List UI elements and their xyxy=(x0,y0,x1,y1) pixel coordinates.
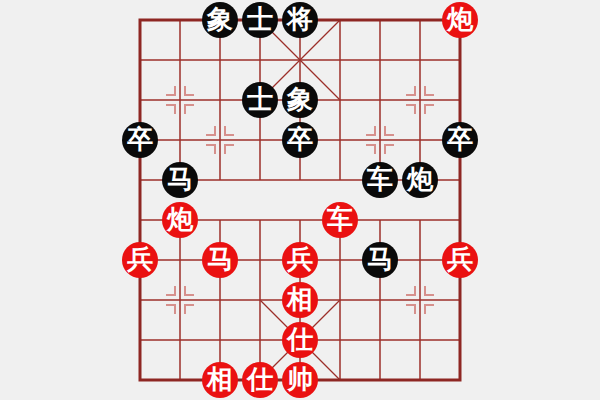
xiangqi-board[interactable]: 象士将炮士象卒卒卒马车炮炮车兵马兵马兵相仕相仕帅 xyxy=(120,0,480,400)
piece-black-pawn[interactable]: 卒 xyxy=(282,122,318,158)
piece-red-pawn[interactable]: 兵 xyxy=(442,242,478,278)
piece-red-advisor[interactable]: 仕 xyxy=(242,362,278,398)
piece-black-horse[interactable]: 马 xyxy=(362,242,398,278)
piece-black-chariot[interactable]: 车 xyxy=(362,162,398,198)
piece-black-cannon[interactable]: 炮 xyxy=(402,162,438,198)
piece-red-cannon[interactable]: 炮 xyxy=(162,202,198,238)
piece-black-advisor[interactable]: 士 xyxy=(242,2,278,38)
piece-black-pawn[interactable]: 卒 xyxy=(122,122,158,158)
piece-black-advisor[interactable]: 士 xyxy=(242,82,278,118)
piece-grid: 象士将炮士象卒卒卒马车炮炮车兵马兵马兵相仕相仕帅 xyxy=(120,0,480,400)
piece-black-horse[interactable]: 马 xyxy=(162,162,198,198)
piece-red-elephant[interactable]: 相 xyxy=(202,362,238,398)
piece-black-elephant[interactable]: 象 xyxy=(202,2,238,38)
piece-red-chariot[interactable]: 车 xyxy=(322,202,358,238)
piece-red-pawn[interactable]: 兵 xyxy=(122,242,158,278)
piece-red-advisor[interactable]: 仕 xyxy=(282,322,318,358)
screen: 象士将炮士象卒卒卒马车炮炮车兵马兵马兵相仕相仕帅 xyxy=(0,0,600,400)
piece-black-elephant[interactable]: 象 xyxy=(282,82,318,118)
piece-red-general[interactable]: 帅 xyxy=(282,362,318,398)
piece-red-cannon[interactable]: 炮 xyxy=(442,2,478,38)
piece-red-pawn[interactable]: 兵 xyxy=(282,242,318,278)
piece-black-pawn[interactable]: 卒 xyxy=(442,122,478,158)
piece-black-general[interactable]: 将 xyxy=(282,2,318,38)
piece-red-horse[interactable]: 马 xyxy=(202,242,238,278)
piece-red-elephant[interactable]: 相 xyxy=(282,282,318,318)
